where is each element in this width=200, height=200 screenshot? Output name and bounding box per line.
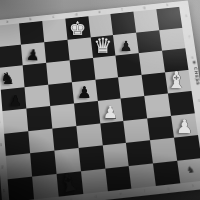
square-f4[interactable] [121, 96, 147, 121]
square-c7[interactable] [44, 39, 69, 62]
black-pawn-f7[interactable]: ♟ [120, 39, 133, 53]
square-d2[interactable] [78, 145, 105, 170]
square-f1[interactable] [129, 163, 156, 189]
rank-label-3: 3 [0, 143, 2, 147]
file-label-a: a [6, 20, 9, 24]
square-f2[interactable] [126, 140, 153, 165]
square-a4[interactable] [2, 109, 28, 134]
file-label-g: g [167, 187, 170, 191]
square-h4[interactable] [168, 91, 195, 115]
square-c5[interactable] [48, 82, 74, 106]
square-a8[interactable] [0, 23, 21, 46]
square-b6[interactable] [23, 63, 48, 87]
square-b5[interactable] [24, 84, 50, 108]
black-pawn-a5[interactable]: ♟ [9, 94, 22, 109]
square-c3[interactable] [52, 126, 78, 151]
white-pawn-e4[interactable]: ♟ [103, 104, 118, 121]
square-b8[interactable] [19, 21, 44, 44]
file-label-c: c [52, 15, 54, 19]
file-label-e: e [98, 10, 101, 14]
file-label-h: h [191, 184, 194, 188]
square-c6[interactable] [46, 60, 72, 84]
white-queen-e7[interactable]: ♛ [94, 35, 113, 56]
square-h7[interactable] [159, 27, 185, 50]
white-bishop-h5[interactable]: ♝ [166, 69, 187, 92]
square-g8[interactable] [134, 9, 160, 32]
square-f6[interactable] [116, 53, 142, 77]
square-c8[interactable] [42, 19, 67, 42]
square-a2[interactable] [6, 153, 32, 179]
rank-label-7: 7 [188, 35, 191, 39]
square-e1[interactable] [105, 166, 132, 192]
photo-of-chessboard: abcdefgh abcdefgh 87654321 87654321 ◉ CH… [0, 0, 200, 200]
black-knight-a6[interactable]: ♞ [1, 71, 15, 87]
chess-board: abcdefgh abcdefgh 87654321 87654321 ◉ CH… [0, 0, 200, 200]
board-brand-text: ◉ CHESS [191, 59, 200, 85]
file-label-c: c [70, 197, 73, 200]
square-a7[interactable] [0, 44, 23, 68]
square-g5[interactable] [142, 72, 168, 96]
square-b2[interactable] [30, 151, 56, 177]
square-g7[interactable] [136, 30, 162, 53]
file-label-b: b [29, 17, 32, 21]
square-b4[interactable] [26, 106, 52, 131]
square-e2[interactable] [102, 143, 129, 168]
black-pawn-d5[interactable]: ♟ [77, 85, 91, 101]
square-d3[interactable] [76, 123, 102, 148]
square-a3[interactable] [4, 131, 30, 156]
square-f8[interactable] [111, 12, 137, 35]
rank-label-2: 2 [1, 166, 4, 170]
square-a1[interactable] [8, 176, 34, 200]
file-label-f: f [121, 8, 123, 12]
square-g1[interactable] [153, 160, 180, 186]
file-label-f: f [144, 189, 146, 193]
square-d7[interactable] [67, 37, 92, 60]
square-g3[interactable] [147, 115, 174, 140]
square-b3[interactable] [28, 128, 54, 153]
square-c4[interactable] [50, 104, 76, 129]
board-corner-logo-knight-icon: ♞ [186, 165, 195, 175]
square-e5[interactable] [95, 77, 121, 101]
square-f5[interactable] [118, 74, 144, 98]
black-pawn-b7[interactable]: ♟ [26, 48, 40, 64]
square-d4[interactable] [74, 101, 100, 126]
square-e6[interactable] [93, 56, 119, 80]
file-label-d: d [94, 195, 97, 199]
rank-label-1: 1 [3, 189, 6, 193]
square-f3[interactable] [124, 118, 151, 143]
square-h8[interactable] [156, 7, 182, 30]
brand-emblem-icon: ◉ [191, 59, 197, 65]
square-h1[interactable]: ♞ [177, 158, 200, 184]
file-label-g: g [143, 6, 146, 10]
white-pawn-h3[interactable]: ♟ [176, 117, 193, 136]
brand-name: CHESS [193, 67, 200, 86]
file-label-h: h [166, 3, 169, 7]
square-b1[interactable] [32, 173, 59, 199]
square-d6[interactable] [69, 58, 95, 82]
square-g6[interactable] [139, 51, 165, 75]
square-d1[interactable] [81, 168, 108, 194]
square-g2[interactable] [150, 138, 177, 163]
rank-label-4: 4 [197, 99, 200, 103]
white-king-d8[interactable]: ♚ [69, 19, 86, 38]
file-label-e: e [119, 192, 122, 196]
rank-label-8: 8 [185, 15, 188, 19]
square-e3[interactable] [100, 120, 126, 145]
square-g4[interactable] [145, 93, 172, 117]
square-h2[interactable] [174, 135, 200, 160]
